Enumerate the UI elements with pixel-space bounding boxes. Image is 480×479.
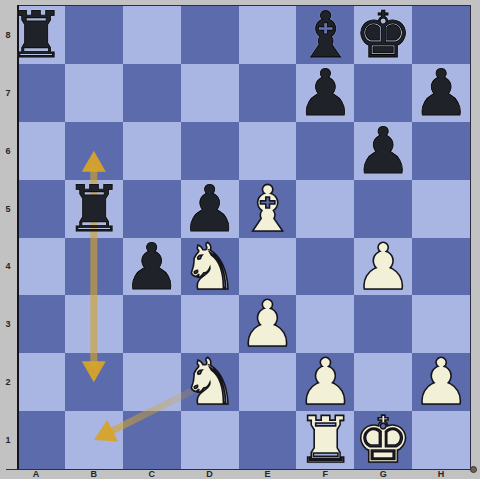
- square-c1[interactable]: [123, 411, 181, 469]
- rank-label-3: 3: [5, 319, 10, 329]
- chess-board-panel: ♜♝♚♟♟♟♜♟♝♟♞♟♟♞♟♟♜♚ 87654321ABCDEFGH: [0, 0, 480, 479]
- file-label-d: D: [206, 469, 213, 479]
- square-f6[interactable]: [296, 122, 354, 180]
- black-pawn-c4[interactable]: ♟: [123, 238, 181, 296]
- square-g1[interactable]: ♚: [354, 411, 412, 469]
- square-e3[interactable]: ♟: [239, 295, 297, 353]
- square-d1[interactable]: [181, 411, 239, 469]
- square-c2[interactable]: [123, 353, 181, 411]
- square-e8[interactable]: [239, 6, 297, 64]
- square-g3[interactable]: [354, 295, 412, 353]
- square-b4[interactable]: [65, 238, 123, 296]
- square-c6[interactable]: [123, 122, 181, 180]
- square-d2[interactable]: ♞: [181, 353, 239, 411]
- black-pawn-h7[interactable]: ♟: [412, 64, 470, 122]
- square-b8[interactable]: [65, 6, 123, 64]
- file-label-c: C: [148, 469, 155, 479]
- square-f1[interactable]: ♜: [296, 411, 354, 469]
- square-b3[interactable]: [65, 295, 123, 353]
- square-e5[interactable]: ♝: [239, 180, 297, 238]
- rank-label-1: 1: [5, 435, 10, 445]
- square-b1[interactable]: [65, 411, 123, 469]
- rank-label-7: 7: [5, 88, 10, 98]
- square-c7[interactable]: [123, 64, 181, 122]
- white-knight-d4[interactable]: ♞: [181, 238, 239, 296]
- square-h5[interactable]: [412, 180, 470, 238]
- square-d5[interactable]: ♟: [181, 180, 239, 238]
- square-a8[interactable]: ♜: [7, 6, 65, 64]
- file-label-g: G: [380, 469, 387, 479]
- square-g8[interactable]: ♚: [354, 6, 412, 64]
- square-h2[interactable]: ♟: [412, 353, 470, 411]
- black-rook-b5[interactable]: ♜: [65, 180, 123, 238]
- file-label-b: B: [91, 469, 98, 479]
- square-g5[interactable]: [354, 180, 412, 238]
- chess-board: ♜♝♚♟♟♟♜♟♝♟♞♟♟♞♟♟♜♚: [7, 6, 470, 469]
- rank-label-8: 8: [5, 30, 10, 40]
- board-margin-right: [471, 0, 480, 479]
- square-e6[interactable]: [239, 122, 297, 180]
- square-c8[interactable]: [123, 6, 181, 64]
- corner-dot-icon: [470, 466, 477, 473]
- square-d8[interactable]: [181, 6, 239, 64]
- file-label-a: A: [33, 469, 40, 479]
- square-b6[interactable]: [65, 122, 123, 180]
- rank-label-5: 5: [5, 204, 10, 214]
- white-pawn-h2[interactable]: ♟: [412, 353, 470, 411]
- white-knight-d2[interactable]: ♞: [181, 353, 239, 411]
- square-f4[interactable]: [296, 238, 354, 296]
- rank-label-4: 4: [5, 261, 10, 271]
- square-g4[interactable]: ♟: [354, 238, 412, 296]
- square-h7[interactable]: ♟: [412, 64, 470, 122]
- square-f5[interactable]: [296, 180, 354, 238]
- square-d7[interactable]: [181, 64, 239, 122]
- square-f7[interactable]: ♟: [296, 64, 354, 122]
- file-label-e: E: [264, 469, 270, 479]
- square-h4[interactable]: [412, 238, 470, 296]
- black-pawn-d5[interactable]: ♟: [181, 180, 239, 238]
- square-e2[interactable]: [239, 353, 297, 411]
- square-h6[interactable]: [412, 122, 470, 180]
- square-e7[interactable]: [239, 64, 297, 122]
- square-d4[interactable]: ♞: [181, 238, 239, 296]
- white-rook-f1[interactable]: ♜: [296, 411, 354, 469]
- black-pawn-g6[interactable]: ♟: [354, 122, 412, 180]
- black-rook-a8[interactable]: ♜: [7, 6, 65, 64]
- square-h1[interactable]: [412, 411, 470, 469]
- square-b7[interactable]: [65, 64, 123, 122]
- rank-label-6: 6: [5, 146, 10, 156]
- file-label-h: H: [438, 469, 445, 479]
- white-pawn-g4[interactable]: ♟: [354, 238, 412, 296]
- square-b5[interactable]: ♜: [65, 180, 123, 238]
- square-d6[interactable]: [181, 122, 239, 180]
- black-pawn-f7[interactable]: ♟: [296, 64, 354, 122]
- square-b2[interactable]: [65, 353, 123, 411]
- square-c5[interactable]: [123, 180, 181, 238]
- square-g6[interactable]: ♟: [354, 122, 412, 180]
- white-pawn-e3[interactable]: ♟: [239, 295, 297, 353]
- white-king-g1[interactable]: ♚: [354, 411, 412, 469]
- square-c4[interactable]: ♟: [123, 238, 181, 296]
- rank-label-2: 2: [5, 377, 10, 387]
- white-bishop-e5[interactable]: ♝: [239, 180, 297, 238]
- file-label-f: F: [323, 469, 329, 479]
- black-king-g8[interactable]: ♚: [354, 6, 412, 64]
- square-c3[interactable]: [123, 295, 181, 353]
- square-e1[interactable]: [239, 411, 297, 469]
